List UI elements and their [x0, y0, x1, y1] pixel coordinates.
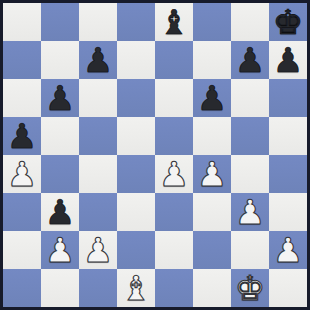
piece-white-pawn[interactable]: ♟ — [83, 231, 113, 269]
piece-black-pawn[interactable]: ♟ — [7, 117, 37, 155]
square-c3[interactable] — [79, 193, 117, 231]
square-b2[interactable]: ♟ — [41, 231, 79, 269]
piece-white-king[interactable]: ♚ — [235, 269, 265, 307]
square-d8[interactable] — [117, 3, 155, 41]
square-h7[interactable]: ♟ — [269, 41, 307, 79]
square-c4[interactable] — [79, 155, 117, 193]
square-e4[interactable]: ♟ — [155, 155, 193, 193]
square-h4[interactable] — [269, 155, 307, 193]
square-a4[interactable]: ♟ — [3, 155, 41, 193]
square-b4[interactable] — [41, 155, 79, 193]
piece-white-pawn[interactable]: ♟ — [197, 155, 227, 193]
piece-white-pawn[interactable]: ♟ — [273, 231, 303, 269]
square-c8[interactable] — [79, 3, 117, 41]
square-a5[interactable]: ♟ — [3, 117, 41, 155]
square-g3[interactable]: ♟ — [231, 193, 269, 231]
square-b1[interactable] — [41, 269, 79, 307]
square-c2[interactable]: ♟ — [79, 231, 117, 269]
square-h1[interactable] — [269, 269, 307, 307]
square-c6[interactable] — [79, 79, 117, 117]
piece-black-king[interactable]: ♚ — [273, 3, 303, 41]
square-d3[interactable] — [117, 193, 155, 231]
square-c5[interactable] — [79, 117, 117, 155]
piece-black-bishop[interactable]: ♝ — [159, 3, 189, 41]
square-e6[interactable] — [155, 79, 193, 117]
square-b8[interactable] — [41, 3, 79, 41]
square-g1[interactable]: ♚ — [231, 269, 269, 307]
piece-black-pawn[interactable]: ♟ — [197, 79, 227, 117]
square-a1[interactable] — [3, 269, 41, 307]
square-c1[interactable] — [79, 269, 117, 307]
square-d1[interactable]: ♝ — [117, 269, 155, 307]
square-h5[interactable] — [269, 117, 307, 155]
square-h2[interactable]: ♟ — [269, 231, 307, 269]
square-f4[interactable]: ♟ — [193, 155, 231, 193]
square-f6[interactable]: ♟ — [193, 79, 231, 117]
square-g6[interactable] — [231, 79, 269, 117]
square-e3[interactable] — [155, 193, 193, 231]
square-e1[interactable] — [155, 269, 193, 307]
square-g5[interactable] — [231, 117, 269, 155]
square-b6[interactable]: ♟ — [41, 79, 79, 117]
square-d4[interactable] — [117, 155, 155, 193]
square-f8[interactable] — [193, 3, 231, 41]
piece-black-pawn[interactable]: ♟ — [235, 41, 265, 79]
square-e5[interactable] — [155, 117, 193, 155]
square-h8[interactable]: ♚ — [269, 3, 307, 41]
square-f3[interactable] — [193, 193, 231, 231]
square-d5[interactable] — [117, 117, 155, 155]
square-a2[interactable] — [3, 231, 41, 269]
square-a6[interactable] — [3, 79, 41, 117]
piece-black-pawn[interactable]: ♟ — [83, 41, 113, 79]
piece-white-pawn[interactable]: ♟ — [45, 231, 75, 269]
square-h6[interactable] — [269, 79, 307, 117]
square-e2[interactable] — [155, 231, 193, 269]
square-f1[interactable] — [193, 269, 231, 307]
square-a7[interactable] — [3, 41, 41, 79]
piece-white-pawn[interactable]: ♟ — [7, 155, 37, 193]
piece-white-pawn[interactable]: ♟ — [235, 193, 265, 231]
square-e8[interactable]: ♝ — [155, 3, 193, 41]
square-f2[interactable] — [193, 231, 231, 269]
square-a3[interactable] — [3, 193, 41, 231]
square-b5[interactable] — [41, 117, 79, 155]
square-a8[interactable] — [3, 3, 41, 41]
square-f5[interactable] — [193, 117, 231, 155]
square-d6[interactable] — [117, 79, 155, 117]
square-b7[interactable] — [41, 41, 79, 79]
square-g8[interactable] — [231, 3, 269, 41]
square-d2[interactable] — [117, 231, 155, 269]
square-g2[interactable] — [231, 231, 269, 269]
square-b3[interactable]: ♟ — [41, 193, 79, 231]
square-g4[interactable] — [231, 155, 269, 193]
piece-white-pawn[interactable]: ♟ — [159, 155, 189, 193]
piece-black-pawn[interactable]: ♟ — [45, 193, 75, 231]
square-g7[interactable]: ♟ — [231, 41, 269, 79]
piece-black-pawn[interactable]: ♟ — [45, 79, 75, 117]
chess-board: ♝♚♟♟♟♟♟♟♟♟♟♟♟♟♟♟♝♚ — [3, 3, 307, 307]
square-f7[interactable] — [193, 41, 231, 79]
square-d7[interactable] — [117, 41, 155, 79]
square-e7[interactable] — [155, 41, 193, 79]
piece-black-pawn[interactable]: ♟ — [273, 41, 303, 79]
chess-board-frame: ♝♚♟♟♟♟♟♟♟♟♟♟♟♟♟♟♝♚ — [0, 0, 310, 310]
square-c7[interactable]: ♟ — [79, 41, 117, 79]
square-h3[interactable] — [269, 193, 307, 231]
piece-white-bishop[interactable]: ♝ — [121, 269, 151, 307]
